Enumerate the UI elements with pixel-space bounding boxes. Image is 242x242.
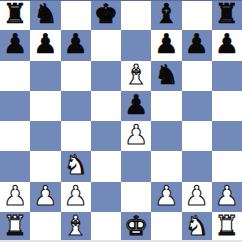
- white-knight-piece: ♞: [64, 151, 88, 180]
- white-pawn-piece: ♟: [185, 182, 209, 211]
- square-h6[interactable]: [212, 61, 242, 91]
- square-d3[interactable]: [91, 151, 121, 181]
- black-bishop-piece: ♝: [154, 0, 178, 29]
- square-c4[interactable]: [61, 121, 91, 151]
- black-rook-piece: ♜: [3, 0, 27, 29]
- square-b6[interactable]: [30, 61, 60, 91]
- black-pawn-piece: ♟: [185, 30, 209, 59]
- square-a1[interactable]: ♜: [0, 212, 30, 242]
- square-b3[interactable]: [30, 151, 60, 181]
- square-a4[interactable]: [0, 121, 30, 151]
- square-h5[interactable]: [212, 91, 242, 121]
- square-a7[interactable]: ♟: [0, 30, 30, 60]
- square-e2[interactable]: [121, 182, 151, 212]
- chess-board-wrapper: ♜♞♚♝♜♟♟♟♟♟♟♝♞♟♟♞♟♟♟♟♟♟♜♝♚♞♜: [0, 0, 242, 242]
- white-pawn-piece: ♟: [124, 121, 148, 150]
- square-f7[interactable]: ♟: [151, 30, 181, 60]
- square-g2[interactable]: ♟: [182, 182, 212, 212]
- square-d4[interactable]: [91, 121, 121, 151]
- square-a5[interactable]: [0, 91, 30, 121]
- square-c6[interactable]: [61, 61, 91, 91]
- square-b2[interactable]: ♟: [30, 182, 60, 212]
- black-pawn-piece: ♟: [64, 30, 88, 59]
- black-pawn-piece: ♟: [154, 30, 178, 59]
- square-c1[interactable]: ♝: [61, 212, 91, 242]
- square-e8[interactable]: [121, 0, 151, 30]
- white-bishop-piece: ♝: [64, 212, 88, 241]
- square-e6[interactable]: ♝: [121, 61, 151, 91]
- square-a6[interactable]: [0, 61, 30, 91]
- square-h7[interactable]: ♟: [212, 30, 242, 60]
- square-d7[interactable]: [91, 30, 121, 60]
- square-d1[interactable]: [91, 212, 121, 242]
- square-a2[interactable]: ♟: [0, 182, 30, 212]
- black-pawn-piece: ♟: [215, 30, 239, 59]
- square-d6[interactable]: [91, 61, 121, 91]
- black-pawn-piece: ♟: [33, 30, 57, 59]
- white-pawn-piece: ♟: [33, 182, 57, 211]
- square-h2[interactable]: ♟: [212, 182, 242, 212]
- white-pawn-piece: ♟: [154, 182, 178, 211]
- square-g1[interactable]: ♞: [182, 212, 212, 242]
- square-h1[interactable]: ♜: [212, 212, 242, 242]
- chess-board: ♜♞♚♝♜♟♟♟♟♟♟♝♞♟♟♞♟♟♟♟♟♟♜♝♚♞♜: [0, 0, 242, 242]
- square-e3[interactable]: [121, 151, 151, 181]
- square-f2[interactable]: ♟: [151, 182, 181, 212]
- square-d8[interactable]: ♚: [91, 0, 121, 30]
- square-e7[interactable]: [121, 30, 151, 60]
- square-h8[interactable]: ♜: [212, 0, 242, 30]
- square-h4[interactable]: [212, 121, 242, 151]
- square-b7[interactable]: ♟: [30, 30, 60, 60]
- square-f5[interactable]: [151, 91, 181, 121]
- square-d5[interactable]: [91, 91, 121, 121]
- square-e5[interactable]: ♟: [121, 91, 151, 121]
- square-b1[interactable]: [30, 212, 60, 242]
- square-a8[interactable]: ♜: [0, 0, 30, 30]
- square-f8[interactable]: ♝: [151, 0, 181, 30]
- square-f4[interactable]: [151, 121, 181, 151]
- white-pawn-piece: ♟: [3, 182, 27, 211]
- square-g3[interactable]: [182, 151, 212, 181]
- square-b5[interactable]: [30, 91, 60, 121]
- square-a3[interactable]: [0, 151, 30, 181]
- white-knight-piece: ♞: [185, 212, 209, 241]
- square-g8[interactable]: [182, 0, 212, 30]
- square-g5[interactable]: [182, 91, 212, 121]
- square-e4[interactable]: ♟: [121, 121, 151, 151]
- black-knight-piece: ♞: [33, 0, 57, 29]
- square-f6[interactable]: ♞: [151, 61, 181, 91]
- square-g6[interactable]: [182, 61, 212, 91]
- square-h3[interactable]: [212, 151, 242, 181]
- white-pawn-piece: ♟: [215, 182, 239, 211]
- square-f1[interactable]: [151, 212, 181, 242]
- square-g4[interactable]: [182, 121, 212, 151]
- black-king-piece: ♚: [94, 0, 118, 29]
- square-c5[interactable]: [61, 91, 91, 121]
- black-rook-piece: ♜: [215, 0, 239, 29]
- white-rook-piece: ♜: [215, 212, 239, 241]
- square-g7[interactable]: ♟: [182, 30, 212, 60]
- square-d2[interactable]: [91, 182, 121, 212]
- square-c3[interactable]: ♞: [61, 151, 91, 181]
- black-knight-piece: ♞: [154, 61, 178, 90]
- white-bishop-piece: ♝: [124, 61, 148, 90]
- square-c2[interactable]: ♟: [61, 182, 91, 212]
- white-pawn-piece: ♟: [64, 182, 88, 211]
- square-b4[interactable]: [30, 121, 60, 151]
- white-rook-piece: ♜: [3, 212, 27, 241]
- black-pawn-piece: ♟: [3, 30, 27, 59]
- black-pawn-piece: ♟: [124, 91, 148, 120]
- white-king-piece: ♚: [124, 212, 148, 241]
- square-e1[interactable]: ♚: [121, 212, 151, 242]
- square-b8[interactable]: ♞: [30, 0, 60, 30]
- square-c7[interactable]: ♟: [61, 30, 91, 60]
- square-f3[interactable]: [151, 151, 181, 181]
- square-c8[interactable]: [61, 0, 91, 30]
